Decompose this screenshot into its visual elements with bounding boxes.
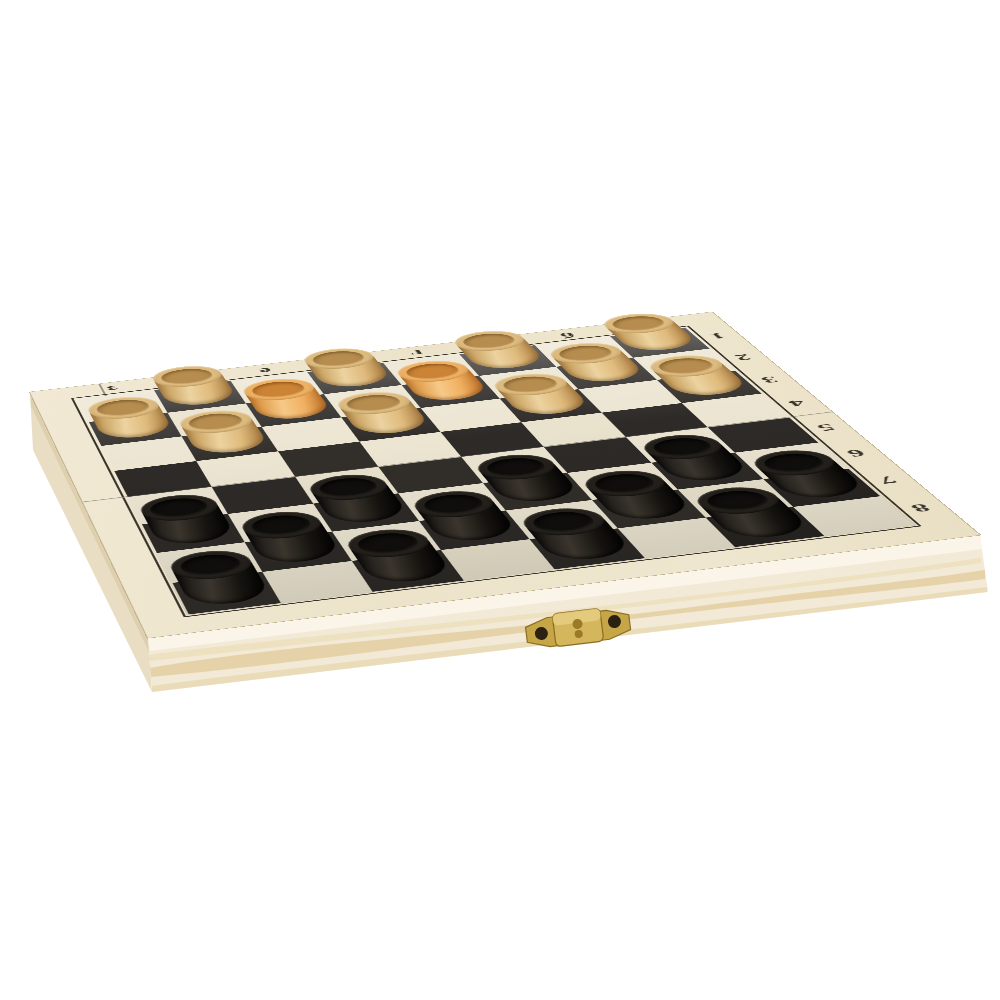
file-label: з xyxy=(105,384,120,393)
scene: ⛀⛀⛀⛀⛀⛀⛀⛀⛀⛀⛀⛀⛂⛂⛂⛂⛂⛂⛂⛂⛂⛂⛂⛂ зжедгвба1234567… xyxy=(0,0,1000,1000)
file-label: г xyxy=(407,349,425,358)
file-label: б xyxy=(557,331,577,340)
file-label: е xyxy=(256,366,273,375)
rank-label: 4 xyxy=(785,398,809,408)
board-square[interactable]: ⛂ xyxy=(172,572,280,614)
rank-label: 7 xyxy=(874,474,900,485)
rank-label: 2 xyxy=(732,352,754,361)
rank-label: 3 xyxy=(758,375,781,385)
rank-label: 1 xyxy=(707,331,729,340)
rank-label: 6 xyxy=(843,447,868,458)
rank-label: 8 xyxy=(907,502,934,514)
rank-label: 5 xyxy=(813,422,837,432)
checker-piece-light[interactable]: ⛀ xyxy=(147,363,238,408)
